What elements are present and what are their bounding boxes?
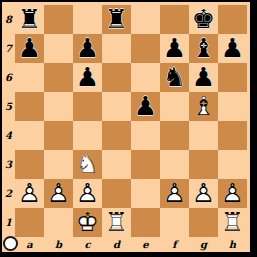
rank-label-3: 3 xyxy=(2,150,15,179)
square-d8[interactable]: ♜ xyxy=(102,5,131,34)
black-rook-a8[interactable]: ♜ xyxy=(15,5,44,34)
square-b3[interactable] xyxy=(44,150,73,179)
file-label-b: b xyxy=(44,238,73,252)
black-pawn-c7[interactable]: ♟ xyxy=(73,34,102,63)
square-d1[interactable]: ♜♖ xyxy=(102,208,131,237)
square-h4[interactable] xyxy=(218,121,247,150)
white-bishop-g5[interactable]: ♝♗ xyxy=(189,92,218,121)
square-e5[interactable]: ♟ xyxy=(131,92,160,121)
square-b4[interactable] xyxy=(44,121,73,150)
square-h2[interactable]: ♟♙ xyxy=(218,179,247,208)
square-c2[interactable]: ♟♙ xyxy=(73,179,102,208)
file-label-g: g xyxy=(189,238,218,252)
black-pawn-f7[interactable]: ♟ xyxy=(160,34,189,63)
chess-board: ♜♜♚♟♟♟♝♟♟♞♟♟♝♗♞♘♟♙♟♙♟♙♟♙♟♙♟♙♚♔♜♖♜♖ xyxy=(15,5,247,237)
square-h1[interactable]: ♜♖ xyxy=(218,208,247,237)
square-b1[interactable] xyxy=(44,208,73,237)
square-e8[interactable] xyxy=(131,5,160,34)
square-f6[interactable]: ♞ xyxy=(160,63,189,92)
black-king-g8[interactable]: ♚ xyxy=(189,5,218,34)
chess-diagram: { "game": "chess", "position": { "fen": … xyxy=(0,0,257,257)
square-h7[interactable]: ♟ xyxy=(218,34,247,63)
square-e6[interactable] xyxy=(131,63,160,92)
square-a2[interactable]: ♟♙ xyxy=(15,179,44,208)
square-e2[interactable] xyxy=(131,179,160,208)
square-g8[interactable]: ♚ xyxy=(189,5,218,34)
file-label-h: h xyxy=(218,238,247,252)
white-pawn-a2[interactable]: ♟♙ xyxy=(15,179,44,208)
black-knight-f6[interactable]: ♞ xyxy=(160,63,189,92)
square-f8[interactable] xyxy=(160,5,189,34)
white-pawn-f2[interactable]: ♟♙ xyxy=(160,179,189,208)
white-knight-c3[interactable]: ♞♘ xyxy=(73,150,102,179)
rank-label-6: 6 xyxy=(2,63,15,92)
square-g1[interactable] xyxy=(189,208,218,237)
black-pawn-e5[interactable]: ♟ xyxy=(131,92,160,121)
square-d3[interactable] xyxy=(102,150,131,179)
square-f4[interactable] xyxy=(160,121,189,150)
square-f7[interactable]: ♟ xyxy=(160,34,189,63)
black-pawn-h7[interactable]: ♟ xyxy=(218,34,247,63)
square-h3[interactable] xyxy=(218,150,247,179)
rank-label-1: 1 xyxy=(2,208,15,237)
black-pawn-g6[interactable]: ♟ xyxy=(189,63,218,92)
file-label-e: e xyxy=(131,238,160,252)
square-f1[interactable] xyxy=(160,208,189,237)
square-h8[interactable] xyxy=(218,5,247,34)
square-d2[interactable] xyxy=(102,179,131,208)
square-f5[interactable] xyxy=(160,92,189,121)
square-c1[interactable]: ♚♔ xyxy=(73,208,102,237)
black-bishop-g7[interactable]: ♝ xyxy=(189,34,218,63)
square-b8[interactable] xyxy=(44,5,73,34)
square-e3[interactable] xyxy=(131,150,160,179)
rank-label-8: 8 xyxy=(2,5,15,34)
square-a5[interactable] xyxy=(15,92,44,121)
rank-label-5: 5 xyxy=(2,92,15,121)
square-b5[interactable] xyxy=(44,92,73,121)
file-label-c: c xyxy=(73,238,102,252)
square-g7[interactable]: ♝ xyxy=(189,34,218,63)
square-h5[interactable] xyxy=(218,92,247,121)
square-a3[interactable] xyxy=(15,150,44,179)
square-e1[interactable] xyxy=(131,208,160,237)
square-d6[interactable] xyxy=(102,63,131,92)
square-f3[interactable] xyxy=(160,150,189,179)
square-a8[interactable]: ♜ xyxy=(15,5,44,34)
square-a6[interactable] xyxy=(15,63,44,92)
white-pawn-b2[interactable]: ♟♙ xyxy=(44,179,73,208)
square-f2[interactable]: ♟♙ xyxy=(160,179,189,208)
rank-label-2: 2 xyxy=(2,179,15,208)
white-pawn-h2[interactable]: ♟♙ xyxy=(218,179,247,208)
square-a4[interactable] xyxy=(15,121,44,150)
black-pawn-c6[interactable]: ♟ xyxy=(73,63,102,92)
square-g2[interactable]: ♟♙ xyxy=(189,179,218,208)
white-to-move-indicator xyxy=(3,236,18,251)
square-c8[interactable] xyxy=(73,5,102,34)
square-c5[interactable] xyxy=(73,92,102,121)
black-pawn-a7[interactable]: ♟ xyxy=(15,34,44,63)
white-king-c1[interactable]: ♚♔ xyxy=(73,208,102,237)
square-a1[interactable] xyxy=(15,208,44,237)
square-e4[interactable] xyxy=(131,121,160,150)
white-rook-h1[interactable]: ♜♖ xyxy=(218,208,247,237)
square-d5[interactable] xyxy=(102,92,131,121)
file-label-a: a xyxy=(15,238,44,252)
rank-label-4: 4 xyxy=(2,121,15,150)
square-c7[interactable]: ♟ xyxy=(73,34,102,63)
square-g6[interactable]: ♟ xyxy=(189,63,218,92)
square-g3[interactable] xyxy=(189,150,218,179)
square-a7[interactable]: ♟ xyxy=(15,34,44,63)
square-b7[interactable] xyxy=(44,34,73,63)
rank-label-7: 7 xyxy=(2,34,15,63)
square-d4[interactable] xyxy=(102,121,131,150)
square-c4[interactable] xyxy=(73,121,102,150)
square-g4[interactable] xyxy=(189,121,218,150)
square-d7[interactable] xyxy=(102,34,131,63)
square-b2[interactable]: ♟♙ xyxy=(44,179,73,208)
square-c3[interactable]: ♞♘ xyxy=(73,150,102,179)
white-rook-d1[interactable]: ♜♖ xyxy=(102,208,131,237)
square-e7[interactable] xyxy=(131,34,160,63)
square-b6[interactable] xyxy=(44,63,73,92)
square-g5[interactable]: ♝♗ xyxy=(189,92,218,121)
white-pawn-c2[interactable]: ♟♙ xyxy=(73,179,102,208)
file-label-d: d xyxy=(102,238,131,252)
black-rook-d8[interactable]: ♜ xyxy=(102,5,131,34)
white-pawn-g2[interactable]: ♟♙ xyxy=(189,179,218,208)
file-label-f: f xyxy=(160,238,189,252)
square-c6[interactable]: ♟ xyxy=(73,63,102,92)
square-h6[interactable] xyxy=(218,63,247,92)
